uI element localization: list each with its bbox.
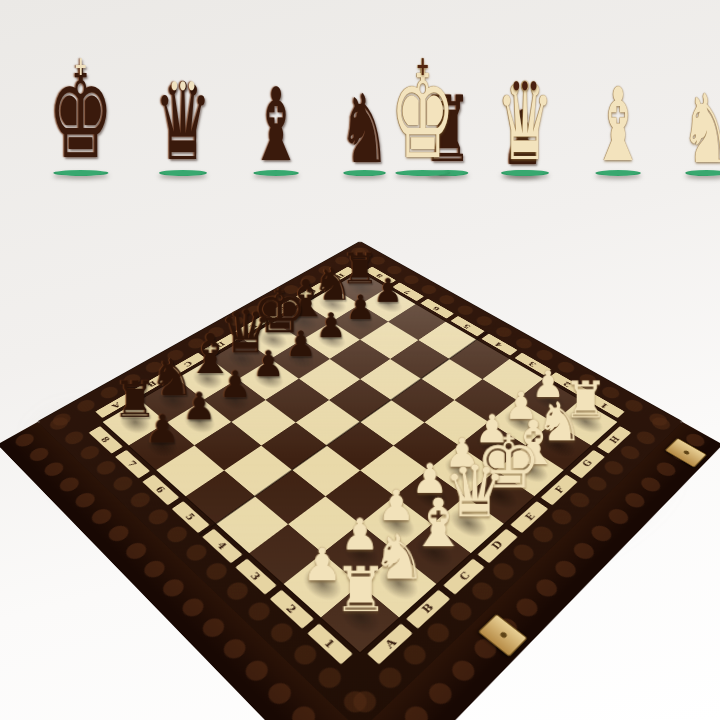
white-rook-a1: ♜ bbox=[332, 559, 388, 620]
product-photo-wooden-chess-set: ♚♛♝♞♜♟ ♚♛♝♞♜♟ 87654321 87654321 HGFEDCBA… bbox=[0, 0, 720, 720]
brass-clasp bbox=[478, 613, 528, 656]
black-pawn-a7: ♟ bbox=[138, 409, 185, 448]
square-d5 bbox=[296, 400, 360, 446]
brass-clasp bbox=[665, 438, 708, 468]
folding-chessboard: 87654321 87654321 HGFEDCBA HGFEDCBA ♜♟♟♜… bbox=[38, 242, 683, 720]
square-c6 bbox=[231, 400, 295, 446]
square-c5 bbox=[261, 422, 327, 470]
board-scene: 87654321 87654321 HGFEDCBA HGFEDCBA ♜♟♟♜… bbox=[0, 0, 720, 720]
rank-label-8: 8 bbox=[89, 426, 123, 453]
square-e4 bbox=[360, 400, 424, 446]
